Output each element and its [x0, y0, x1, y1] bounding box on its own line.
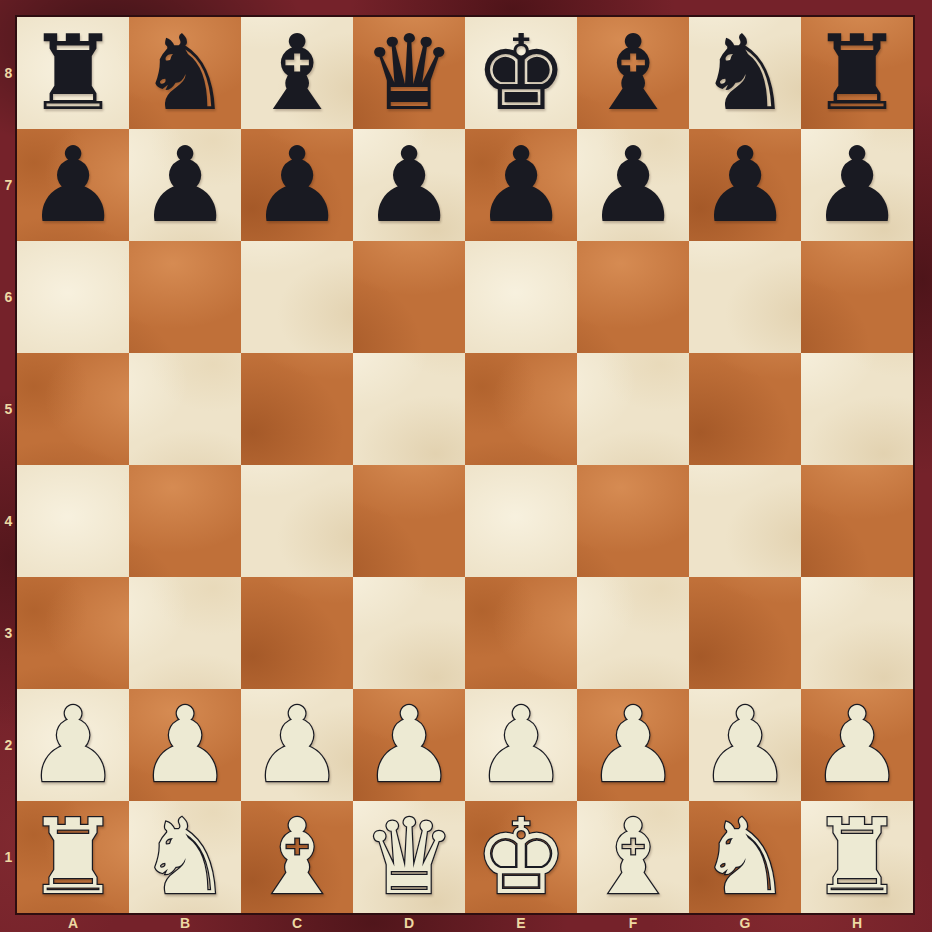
rank-label-8: 8: [0, 17, 17, 129]
square-g7[interactable]: ♟: [689, 129, 801, 241]
square-c4[interactable]: [241, 465, 353, 577]
rank-label-2: 2: [0, 689, 17, 801]
square-d4[interactable]: [353, 465, 465, 577]
file-labels: ABCDEFGH: [17, 913, 913, 932]
square-f2[interactable]: ♟: [577, 689, 689, 801]
piece-white-king[interactable]: ♚: [474, 801, 567, 913]
square-h1[interactable]: ♜: [801, 801, 913, 913]
square-h6[interactable]: [801, 241, 913, 353]
rank-label-3: 3: [0, 577, 17, 689]
piece-white-pawn[interactable]: ♟: [362, 689, 455, 801]
square-a8[interactable]: ♜: [17, 17, 129, 129]
piece-white-pawn[interactable]: ♟: [250, 689, 343, 801]
piece-black-knight[interactable]: ♞: [698, 17, 791, 129]
piece-white-pawn[interactable]: ♟: [474, 689, 567, 801]
piece-white-queen[interactable]: ♛: [362, 801, 455, 913]
square-c1[interactable]: ♝: [241, 801, 353, 913]
square-c2[interactable]: ♟: [241, 689, 353, 801]
square-d1[interactable]: ♛: [353, 801, 465, 913]
square-e3[interactable]: [465, 577, 577, 689]
piece-black-king[interactable]: ♚: [474, 17, 567, 129]
chess-board: ♜♞♝♛♚♝♞♜♟♟♟♟♟♟♟♟♟♟♟♟♟♟♟♟♜♞♝♛♚♝♞♜: [17, 17, 913, 913]
square-f8[interactable]: ♝: [577, 17, 689, 129]
square-d5[interactable]: [353, 353, 465, 465]
square-h3[interactable]: [801, 577, 913, 689]
square-e7[interactable]: ♟: [465, 129, 577, 241]
file-label-g: G: [689, 913, 801, 932]
piece-black-pawn[interactable]: ♟: [474, 129, 567, 241]
piece-white-rook[interactable]: ♜: [26, 801, 119, 913]
square-e1[interactable]: ♚: [465, 801, 577, 913]
piece-black-rook[interactable]: ♜: [26, 17, 119, 129]
square-h5[interactable]: [801, 353, 913, 465]
square-f1[interactable]: ♝: [577, 801, 689, 913]
piece-black-bishop[interactable]: ♝: [250, 17, 343, 129]
square-c8[interactable]: ♝: [241, 17, 353, 129]
square-f5[interactable]: [577, 353, 689, 465]
square-g6[interactable]: [689, 241, 801, 353]
piece-black-knight[interactable]: ♞: [138, 17, 231, 129]
square-b3[interactable]: [129, 577, 241, 689]
piece-white-bishop[interactable]: ♝: [250, 801, 343, 913]
square-e2[interactable]: ♟: [465, 689, 577, 801]
piece-black-rook[interactable]: ♜: [810, 17, 903, 129]
square-f3[interactable]: [577, 577, 689, 689]
square-g8[interactable]: ♞: [689, 17, 801, 129]
square-d8[interactable]: ♛: [353, 17, 465, 129]
square-b2[interactable]: ♟: [129, 689, 241, 801]
square-c5[interactable]: [241, 353, 353, 465]
square-f4[interactable]: [577, 465, 689, 577]
square-b7[interactable]: ♟: [129, 129, 241, 241]
square-b8[interactable]: ♞: [129, 17, 241, 129]
square-a3[interactable]: [17, 577, 129, 689]
square-e8[interactable]: ♚: [465, 17, 577, 129]
square-h4[interactable]: [801, 465, 913, 577]
piece-white-pawn[interactable]: ♟: [698, 689, 791, 801]
piece-white-knight[interactable]: ♞: [138, 801, 231, 913]
square-g1[interactable]: ♞: [689, 801, 801, 913]
square-g4[interactable]: [689, 465, 801, 577]
square-e4[interactable]: [465, 465, 577, 577]
square-f6[interactable]: [577, 241, 689, 353]
square-b1[interactable]: ♞: [129, 801, 241, 913]
rank-label-5: 5: [0, 353, 17, 465]
piece-black-pawn[interactable]: ♟: [698, 129, 791, 241]
square-b4[interactable]: [129, 465, 241, 577]
piece-white-pawn[interactable]: ♟: [586, 689, 679, 801]
square-g3[interactable]: [689, 577, 801, 689]
piece-white-pawn[interactable]: ♟: [138, 689, 231, 801]
piece-white-pawn[interactable]: ♟: [810, 689, 903, 801]
piece-black-pawn[interactable]: ♟: [250, 129, 343, 241]
square-a4[interactable]: [17, 465, 129, 577]
square-d2[interactable]: ♟: [353, 689, 465, 801]
square-e6[interactable]: [465, 241, 577, 353]
file-label-f: F: [577, 913, 689, 932]
piece-black-pawn[interactable]: ♟: [586, 129, 679, 241]
square-e5[interactable]: [465, 353, 577, 465]
square-d6[interactable]: [353, 241, 465, 353]
piece-black-pawn[interactable]: ♟: [810, 129, 903, 241]
square-c6[interactable]: [241, 241, 353, 353]
square-a2[interactable]: ♟: [17, 689, 129, 801]
rank-label-4: 4: [0, 465, 17, 577]
piece-black-pawn[interactable]: ♟: [138, 129, 231, 241]
file-label-c: C: [241, 913, 353, 932]
square-h8[interactable]: ♜: [801, 17, 913, 129]
file-label-d: D: [353, 913, 465, 932]
square-a1[interactable]: ♜: [17, 801, 129, 913]
square-g2[interactable]: ♟: [689, 689, 801, 801]
square-a7[interactable]: ♟: [17, 129, 129, 241]
square-f7[interactable]: ♟: [577, 129, 689, 241]
square-h2[interactable]: ♟: [801, 689, 913, 801]
piece-black-bishop[interactable]: ♝: [586, 17, 679, 129]
square-b5[interactable]: [129, 353, 241, 465]
piece-white-bishop[interactable]: ♝: [586, 801, 679, 913]
square-b6[interactable]: [129, 241, 241, 353]
square-g5[interactable]: [689, 353, 801, 465]
square-d3[interactable]: [353, 577, 465, 689]
piece-white-knight[interactable]: ♞: [698, 801, 791, 913]
square-d7[interactable]: ♟: [353, 129, 465, 241]
square-a6[interactable]: [17, 241, 129, 353]
rank-label-1: 1: [0, 801, 17, 913]
rank-labels: 87654321: [0, 17, 17, 913]
file-label-b: B: [129, 913, 241, 932]
piece-white-rook[interactable]: ♜: [810, 801, 903, 913]
file-label-a: A: [17, 913, 129, 932]
piece-white-pawn[interactable]: ♟: [26, 689, 119, 801]
piece-black-pawn[interactable]: ♟: [362, 129, 455, 241]
piece-black-queen[interactable]: ♛: [362, 17, 455, 129]
square-c7[interactable]: ♟: [241, 129, 353, 241]
square-h7[interactable]: ♟: [801, 129, 913, 241]
rank-label-7: 7: [0, 129, 17, 241]
file-label-h: H: [801, 913, 913, 932]
square-a5[interactable]: [17, 353, 129, 465]
square-c3[interactable]: [241, 577, 353, 689]
rank-label-6: 6: [0, 241, 17, 353]
chess-board-frame: 87654321 ♜♞♝♛♚♝♞♜♟♟♟♟♟♟♟♟♟♟♟♟♟♟♟♟♜♞♝♛♚♝♞…: [0, 0, 932, 932]
file-label-e: E: [465, 913, 577, 932]
piece-black-pawn[interactable]: ♟: [26, 129, 119, 241]
